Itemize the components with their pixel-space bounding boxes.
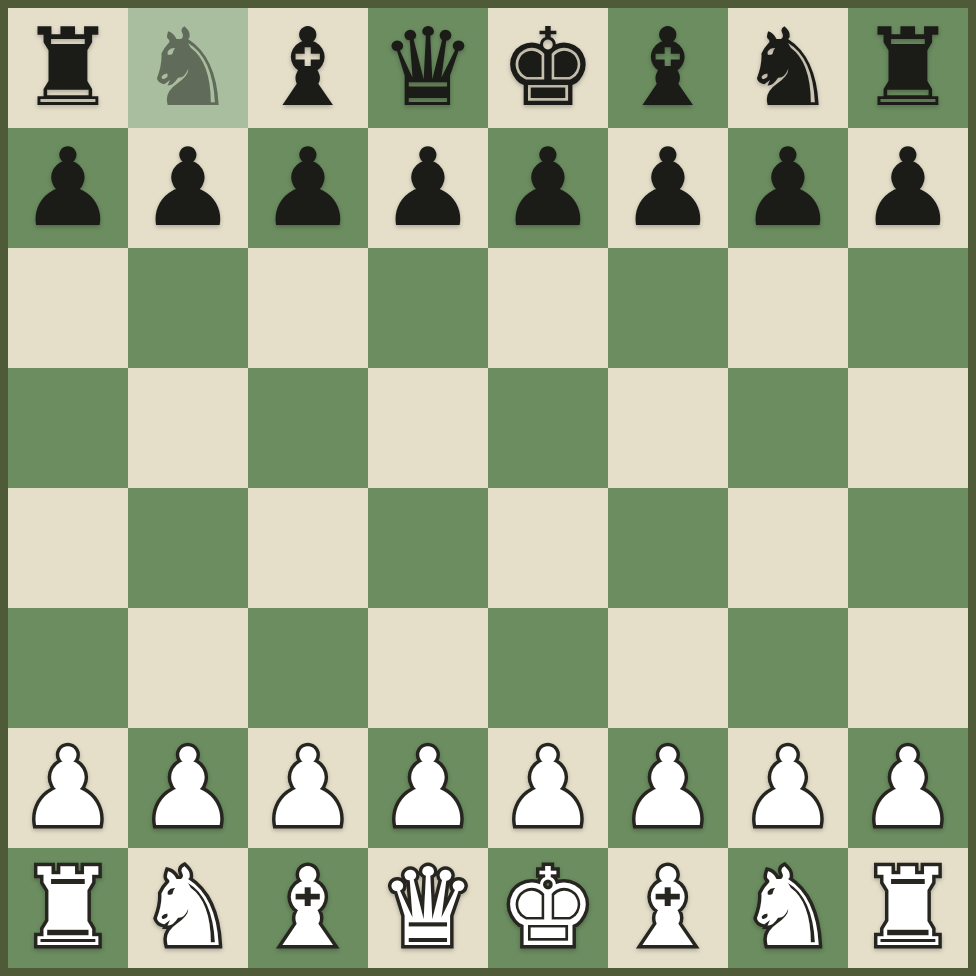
square-g6[interactable] xyxy=(728,248,848,368)
square-a2[interactable]: ♟♟ xyxy=(8,728,128,848)
chess-board: ♜♞♝♛♚♝♞♜♟♟♟♟♟♟♟♟♟♟♟♟♟♟♟♟♟♟♟♟♟♟♟♟♜♜♞♞♝♝♛♛… xyxy=(8,8,968,968)
square-h2[interactable]: ♟♟ xyxy=(848,728,968,848)
piece-black-pawn[interactable]: ♟ xyxy=(128,128,248,248)
square-d8[interactable]: ♛ xyxy=(368,8,488,128)
square-c8[interactable]: ♝ xyxy=(248,8,368,128)
piece-white-pawn[interactable]: ♟♟ xyxy=(848,728,968,848)
piece-fill-glyph: ♛ xyxy=(368,848,488,968)
square-b7[interactable]: ♟ xyxy=(128,128,248,248)
piece-black-pawn[interactable]: ♟ xyxy=(488,128,608,248)
square-a1[interactable]: ♜♜ xyxy=(8,848,128,968)
square-g8[interactable]: ♞ xyxy=(728,8,848,128)
square-b3[interactable] xyxy=(128,608,248,728)
piece-white-pawn[interactable]: ♟♟ xyxy=(128,728,248,848)
piece-white-pawn[interactable]: ♟♟ xyxy=(608,728,728,848)
piece-white-knight[interactable]: ♞♞ xyxy=(728,848,848,968)
square-g5[interactable] xyxy=(728,368,848,488)
square-g1[interactable]: ♞♞ xyxy=(728,848,848,968)
square-c3[interactable] xyxy=(248,608,368,728)
square-h6[interactable] xyxy=(848,248,968,368)
square-f7[interactable]: ♟ xyxy=(608,128,728,248)
piece-white-pawn[interactable]: ♟♟ xyxy=(368,728,488,848)
piece-fill-glyph: ♟ xyxy=(728,728,848,848)
square-c1[interactable]: ♝♝ xyxy=(248,848,368,968)
square-h8[interactable]: ♜ xyxy=(848,8,968,128)
piece-white-pawn[interactable]: ♟♟ xyxy=(488,728,608,848)
square-e2[interactable]: ♟♟ xyxy=(488,728,608,848)
piece-white-king[interactable]: ♚♚ xyxy=(488,848,608,968)
square-e3[interactable] xyxy=(488,608,608,728)
piece-white-knight[interactable]: ♞♞ xyxy=(128,848,248,968)
piece-black-knight[interactable]: ♞ xyxy=(728,8,848,128)
piece-black-pawn[interactable]: ♟ xyxy=(368,128,488,248)
square-f4[interactable] xyxy=(608,488,728,608)
piece-black-rook[interactable]: ♜ xyxy=(848,8,968,128)
piece-black-queen[interactable]: ♛ xyxy=(368,8,488,128)
piece-black-bishop[interactable]: ♝ xyxy=(248,8,368,128)
piece-fill-glyph: ♟ xyxy=(248,728,368,848)
piece-white-rook[interactable]: ♜♜ xyxy=(8,848,128,968)
piece-white-queen[interactable]: ♛♛ xyxy=(368,848,488,968)
piece-black-pawn[interactable]: ♟ xyxy=(8,128,128,248)
square-d4[interactable] xyxy=(368,488,488,608)
piece-fill-glyph: ♚ xyxy=(488,848,608,968)
piece-fill-glyph: ♟ xyxy=(368,728,488,848)
square-h1[interactable]: ♜♜ xyxy=(848,848,968,968)
square-d3[interactable] xyxy=(368,608,488,728)
square-f2[interactable]: ♟♟ xyxy=(608,728,728,848)
square-e8[interactable]: ♚ xyxy=(488,8,608,128)
piece-black-pawn[interactable]: ♟ xyxy=(728,128,848,248)
piece-fill-glyph: ♟ xyxy=(128,728,248,848)
chess-board-frame: ♜♞♝♛♚♝♞♜♟♟♟♟♟♟♟♟♟♟♟♟♟♟♟♟♟♟♟♟♟♟♟♟♜♜♞♞♝♝♛♛… xyxy=(0,0,976,976)
piece-white-pawn[interactable]: ♟♟ xyxy=(248,728,368,848)
square-h7[interactable]: ♟ xyxy=(848,128,968,248)
square-e7[interactable]: ♟ xyxy=(488,128,608,248)
piece-fill-glyph: ♝ xyxy=(608,848,728,968)
square-g3[interactable] xyxy=(728,608,848,728)
piece-black-knight[interactable]: ♞ xyxy=(128,8,248,128)
square-a5[interactable] xyxy=(8,368,128,488)
piece-black-pawn[interactable]: ♟ xyxy=(248,128,368,248)
piece-white-pawn[interactable]: ♟♟ xyxy=(8,728,128,848)
square-b2[interactable]: ♟♟ xyxy=(128,728,248,848)
square-d1[interactable]: ♛♛ xyxy=(368,848,488,968)
piece-black-rook[interactable]: ♜ xyxy=(8,8,128,128)
piece-fill-glyph: ♜ xyxy=(848,848,968,968)
square-b8[interactable]: ♞ xyxy=(128,8,248,128)
piece-white-bishop[interactable]: ♝♝ xyxy=(248,848,368,968)
square-f1[interactable]: ♝♝ xyxy=(608,848,728,968)
square-g7[interactable]: ♟ xyxy=(728,128,848,248)
square-g4[interactable] xyxy=(728,488,848,608)
square-e1[interactable]: ♚♚ xyxy=(488,848,608,968)
square-a6[interactable] xyxy=(8,248,128,368)
piece-fill-glyph: ♞ xyxy=(128,848,248,968)
square-b1[interactable]: ♞♞ xyxy=(128,848,248,968)
piece-fill-glyph: ♜ xyxy=(8,848,128,968)
square-g2[interactable]: ♟♟ xyxy=(728,728,848,848)
piece-fill-glyph: ♟ xyxy=(8,728,128,848)
square-b6[interactable] xyxy=(128,248,248,368)
square-c7[interactable]: ♟ xyxy=(248,128,368,248)
square-e4[interactable] xyxy=(488,488,608,608)
piece-white-rook[interactable]: ♜♜ xyxy=(848,848,968,968)
square-d5[interactable] xyxy=(368,368,488,488)
square-c5[interactable] xyxy=(248,368,368,488)
square-c6[interactable] xyxy=(248,248,368,368)
square-d2[interactable]: ♟♟ xyxy=(368,728,488,848)
square-e5[interactable] xyxy=(488,368,608,488)
square-a3[interactable] xyxy=(8,608,128,728)
piece-black-bishop[interactable]: ♝ xyxy=(608,8,728,128)
piece-black-king[interactable]: ♚ xyxy=(488,8,608,128)
square-f6[interactable] xyxy=(608,248,728,368)
square-b5[interactable] xyxy=(128,368,248,488)
piece-fill-glyph: ♞ xyxy=(728,848,848,968)
square-a4[interactable] xyxy=(8,488,128,608)
piece-fill-glyph: ♟ xyxy=(608,728,728,848)
square-e6[interactable] xyxy=(488,248,608,368)
piece-white-bishop[interactable]: ♝♝ xyxy=(608,848,728,968)
square-h5[interactable] xyxy=(848,368,968,488)
square-h4[interactable] xyxy=(848,488,968,608)
square-f3[interactable] xyxy=(608,608,728,728)
piece-white-pawn[interactable]: ♟♟ xyxy=(728,728,848,848)
piece-black-pawn[interactable]: ♟ xyxy=(848,128,968,248)
square-d6[interactable] xyxy=(368,248,488,368)
square-c4[interactable] xyxy=(248,488,368,608)
square-f8[interactable]: ♝ xyxy=(608,8,728,128)
square-d7[interactable]: ♟ xyxy=(368,128,488,248)
square-f5[interactable] xyxy=(608,368,728,488)
piece-black-pawn[interactable]: ♟ xyxy=(608,128,728,248)
square-c2[interactable]: ♟♟ xyxy=(248,728,368,848)
square-h3[interactable] xyxy=(848,608,968,728)
square-b4[interactable] xyxy=(128,488,248,608)
square-a8[interactable]: ♜ xyxy=(8,8,128,128)
piece-fill-glyph: ♟ xyxy=(848,728,968,848)
piece-fill-glyph: ♝ xyxy=(248,848,368,968)
piece-fill-glyph: ♟ xyxy=(488,728,608,848)
square-a7[interactable]: ♟ xyxy=(8,128,128,248)
